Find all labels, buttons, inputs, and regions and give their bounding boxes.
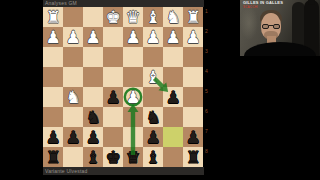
piece-black-queen[interactable]: ♛ — [123, 147, 143, 167]
rank-label-1: 1 — [205, 8, 213, 14]
square-d3[interactable] — [123, 47, 143, 67]
square-d8[interactable]: ♛ — [123, 147, 143, 167]
square-f3[interactable] — [83, 47, 103, 67]
square-f4[interactable] — [83, 67, 103, 87]
square-g3[interactable] — [63, 47, 83, 67]
square-g6[interactable] — [63, 107, 83, 127]
square-b6[interactable] — [163, 107, 183, 127]
piece-black-knight[interactable]: ♞ — [83, 107, 103, 127]
piece-white-bishop[interactable]: ♝ — [143, 67, 163, 87]
square-b2[interactable]: ♟ — [163, 27, 183, 47]
square-e1[interactable]: ♚ — [103, 7, 123, 27]
piece-black-pawn[interactable]: ♟ — [63, 127, 83, 147]
square-a3[interactable] — [183, 47, 203, 67]
square-a1[interactable]: ♜ — [183, 7, 203, 27]
piece-white-pawn[interactable]: ♟ — [163, 27, 183, 47]
square-h6[interactable] — [43, 107, 63, 127]
square-e7[interactable] — [103, 127, 123, 147]
square-g1[interactable] — [63, 7, 83, 27]
square-f5[interactable] — [83, 87, 103, 107]
square-d4[interactable] — [123, 67, 143, 87]
piece-black-pawn[interactable]: ♟ — [143, 127, 163, 147]
square-a5[interactable] — [183, 87, 203, 107]
piece-white-bishop[interactable]: ♝ — [143, 7, 163, 27]
square-e6[interactable] — [103, 107, 123, 127]
square-f8[interactable]: ♝ — [83, 147, 103, 167]
webcam-overlay: GILLES IN GALLES SCACCHI — [240, 0, 320, 56]
piece-black-rook[interactable]: ♜ — [43, 147, 63, 167]
backdrop-light — [240, 6, 258, 40]
square-a8[interactable]: ♜ — [183, 147, 203, 167]
square-h7[interactable]: ♟ — [43, 127, 63, 147]
square-a6[interactable] — [183, 107, 203, 127]
piece-white-rook[interactable]: ♜ — [183, 7, 203, 27]
square-g5[interactable]: ♞ — [63, 87, 83, 107]
square-h5[interactable] — [43, 87, 63, 107]
square-c2[interactable]: ♟ — [143, 27, 163, 47]
glasses-icon — [262, 24, 280, 30]
piece-white-pawn[interactable]: ♟ — [123, 87, 143, 107]
rank-label-5: 5 — [205, 88, 213, 94]
square-g2[interactable]: ♟ — [63, 27, 83, 47]
square-b8[interactable] — [163, 147, 183, 167]
square-f7[interactable]: ♟ — [83, 127, 103, 147]
square-e8[interactable]: ♚ — [103, 147, 123, 167]
square-b5[interactable]: ♟ — [163, 87, 183, 107]
rank-label-2: 2 — [205, 28, 213, 34]
square-h8[interactable]: ♜ — [43, 147, 63, 167]
piece-white-knight[interactable]: ♞ — [63, 87, 83, 107]
square-b7[interactable] — [163, 127, 183, 147]
top-player-label: Analyses GM — [43, 0, 204, 7]
rank-label-7: 7 — [205, 128, 213, 134]
piece-black-pawn[interactable]: ♟ — [83, 127, 103, 147]
square-h1[interactable]: ♜ — [43, 7, 63, 27]
piece-black-pawn[interactable]: ♟ — [43, 127, 63, 147]
square-d5[interactable]: ♟ — [123, 87, 143, 107]
piece-black-pawn[interactable]: ♟ — [183, 127, 203, 147]
rank-label-8: 8 — [205, 148, 213, 154]
square-d6[interactable] — [123, 107, 143, 127]
square-a7[interactable]: ♟ — [183, 127, 203, 147]
square-h3[interactable] — [43, 47, 63, 67]
square-g7[interactable]: ♟ — [63, 127, 83, 147]
piece-black-rook[interactable]: ♜ — [183, 147, 203, 167]
piece-white-pawn[interactable]: ♟ — [123, 27, 143, 47]
square-b4[interactable] — [163, 67, 183, 87]
square-e5[interactable]: ♟ — [103, 87, 123, 107]
bottom-player-label: Variante Ulvestad — [43, 167, 204, 175]
square-c3[interactable] — [143, 47, 163, 67]
square-c5[interactable] — [143, 87, 163, 107]
square-a4[interactable] — [183, 67, 203, 87]
square-d1[interactable]: ♛ — [123, 7, 143, 27]
piece-black-bishop[interactable]: ♝ — [143, 147, 163, 167]
rank-label-4: 4 — [205, 68, 213, 74]
square-e3[interactable] — [103, 47, 123, 67]
chess-board[interactable]: ♜♚♛♝♞♜♟♟♟♟♟♟♟♝♞♟♟♟♞♞♟♟♟♟♟♜♝♚♛♝♜ — [43, 7, 203, 167]
rank-label-6: 6 — [205, 108, 213, 114]
square-c4[interactable]: ♝ — [143, 67, 163, 87]
square-c8[interactable]: ♝ — [143, 147, 163, 167]
piece-white-knight[interactable]: ♞ — [163, 7, 183, 27]
square-e2[interactable] — [103, 27, 123, 47]
piece-white-pawn[interactable]: ♟ — [183, 27, 203, 47]
square-g4[interactable] — [63, 67, 83, 87]
square-c6[interactable]: ♞ — [143, 107, 163, 127]
square-c7[interactable]: ♟ — [143, 127, 163, 147]
piece-white-queen[interactable]: ♛ — [123, 7, 143, 27]
piece-white-pawn[interactable]: ♟ — [63, 27, 83, 47]
piece-black-king[interactable]: ♚ — [103, 147, 123, 167]
square-f1[interactable] — [83, 7, 103, 27]
piece-white-pawn[interactable]: ♟ — [143, 27, 163, 47]
square-h4[interactable] — [43, 67, 63, 87]
square-f2[interactable]: ♟ — [83, 27, 103, 47]
square-d2[interactable]: ♟ — [123, 27, 143, 47]
square-g8[interactable] — [63, 147, 83, 167]
video-frame: Analyses GM ♜♚♛♝♞♜♟♟♟♟♟♟♟♝♞♟♟♟♞♞♟♟♟♟♟♜♝♚… — [0, 0, 320, 180]
piece-white-rook[interactable]: ♜ — [43, 7, 63, 27]
piece-black-pawn[interactable]: ♟ — [163, 87, 183, 107]
piece-black-knight[interactable]: ♞ — [143, 107, 163, 127]
piece-white-pawn[interactable]: ♟ — [43, 27, 63, 47]
piece-white-pawn[interactable]: ♟ — [83, 27, 103, 47]
square-d7[interactable] — [123, 127, 143, 147]
square-e4[interactable] — [103, 67, 123, 87]
square-f6[interactable]: ♞ — [83, 107, 103, 127]
piece-white-king[interactable]: ♚ — [103, 7, 123, 27]
square-b1[interactable]: ♞ — [163, 7, 183, 27]
square-h2[interactable]: ♟ — [43, 27, 63, 47]
rank-label-3: 3 — [205, 48, 213, 54]
channel-logo: GILLES IN GALLES SCACCHI — [243, 1, 283, 9]
square-b3[interactable] — [163, 47, 183, 67]
piece-black-pawn[interactable]: ♟ — [103, 87, 123, 107]
piece-black-bishop[interactable]: ♝ — [83, 147, 103, 167]
square-a2[interactable]: ♟ — [183, 27, 203, 47]
channel-logo-subtext: SCACCHI — [243, 6, 283, 9]
square-c1[interactable]: ♝ — [143, 7, 163, 27]
